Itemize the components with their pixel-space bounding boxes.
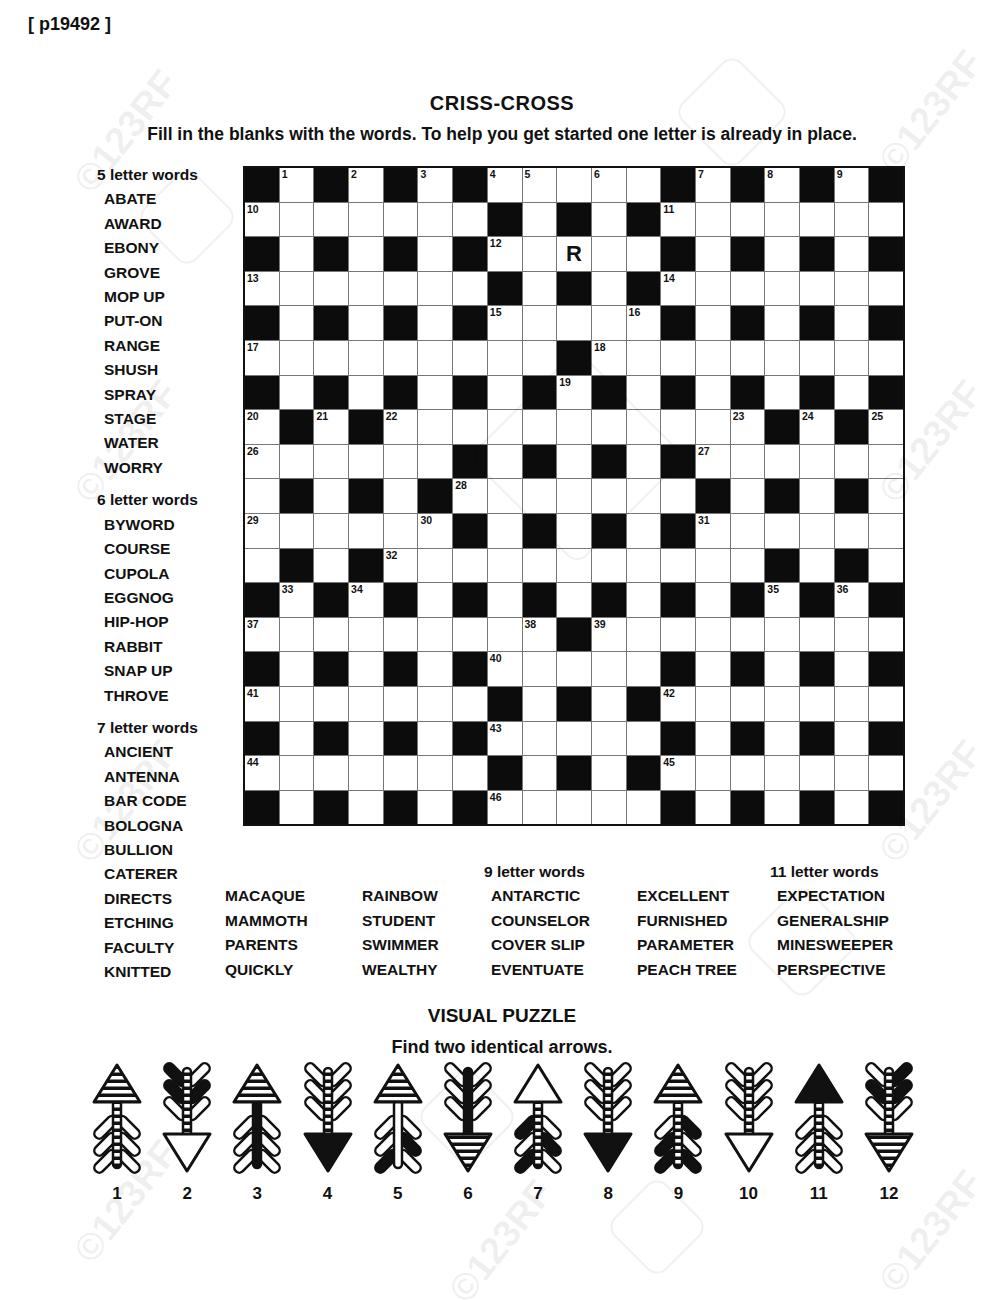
grid-cell[interactable] bbox=[349, 237, 383, 271]
grid-cell[interactable]: 45 bbox=[661, 756, 695, 790]
clue-number: 10 bbox=[247, 203, 259, 215]
grid-cell[interactable] bbox=[523, 756, 557, 790]
grid-cell[interactable] bbox=[696, 272, 730, 306]
grid-cell[interactable] bbox=[765, 341, 799, 375]
grid-cell[interactable] bbox=[869, 549, 903, 583]
grid-cell[interactable] bbox=[314, 618, 348, 652]
grid-cell[interactable]: 1 bbox=[280, 168, 314, 202]
grid-cell[interactable]: 37 bbox=[245, 618, 279, 652]
grid-cell[interactable] bbox=[418, 306, 452, 340]
grid-cell[interactable] bbox=[349, 652, 383, 686]
grid-cell[interactable]: R bbox=[557, 237, 591, 271]
grid-cell[interactable] bbox=[384, 445, 418, 479]
grid-cell[interactable] bbox=[869, 687, 903, 721]
grid-cell[interactable] bbox=[557, 410, 591, 444]
grid-cell[interactable] bbox=[592, 410, 626, 444]
grid-cell[interactable] bbox=[523, 549, 557, 583]
grid-cell[interactable] bbox=[661, 549, 695, 583]
grid-cell[interactable] bbox=[835, 722, 869, 756]
grid-cell[interactable] bbox=[731, 618, 765, 652]
grid-cell[interactable] bbox=[731, 687, 765, 721]
grid-cell[interactable] bbox=[592, 756, 626, 790]
grid-cell[interactable] bbox=[280, 203, 314, 237]
grid-cell[interactable] bbox=[869, 514, 903, 548]
grid-cell[interactable] bbox=[592, 306, 626, 340]
grid-cell[interactable] bbox=[731, 756, 765, 790]
grid-cell[interactable] bbox=[523, 479, 557, 513]
grid-cell[interactable]: 31 bbox=[696, 514, 730, 548]
grid-cell[interactable] bbox=[835, 203, 869, 237]
grid-cell[interactable] bbox=[627, 237, 661, 271]
grid-cell[interactable] bbox=[835, 376, 869, 410]
word-list-item: THROVE bbox=[97, 684, 198, 708]
grid-cell[interactable] bbox=[835, 445, 869, 479]
grid-cell[interactable] bbox=[314, 445, 348, 479]
grid-cell[interactable] bbox=[592, 687, 626, 721]
grid-cell[interactable] bbox=[696, 410, 730, 444]
clue-number: 41 bbox=[247, 687, 259, 699]
black-cell bbox=[384, 722, 418, 756]
grid-cell[interactable]: 27 bbox=[696, 445, 730, 479]
grid-cell[interactable]: 36 bbox=[835, 583, 869, 617]
grid-cell[interactable] bbox=[661, 618, 695, 652]
grid-cell[interactable] bbox=[280, 306, 314, 340]
grid-cell[interactable] bbox=[765, 272, 799, 306]
grid-cell[interactable]: 13 bbox=[245, 272, 279, 306]
grid-cell[interactable] bbox=[418, 203, 452, 237]
grid-cell[interactable] bbox=[453, 341, 487, 375]
grid-cell[interactable] bbox=[349, 514, 383, 548]
arrow-item-8[interactable]: 8 bbox=[579, 1062, 637, 1204]
grid-cell[interactable] bbox=[627, 168, 661, 202]
grid-cell[interactable] bbox=[280, 687, 314, 721]
clue-number: 39 bbox=[594, 618, 606, 630]
grid-cell[interactable] bbox=[835, 272, 869, 306]
grid-cell[interactable] bbox=[731, 445, 765, 479]
grid-cell[interactable] bbox=[349, 376, 383, 410]
grid-cell[interactable]: 29 bbox=[245, 514, 279, 548]
arrow-item-12[interactable]: 12 bbox=[860, 1062, 918, 1204]
grid-cell[interactable]: 16 bbox=[627, 306, 661, 340]
grid-cell[interactable] bbox=[800, 445, 834, 479]
clue-number: 28 bbox=[455, 479, 467, 491]
grid-cell[interactable] bbox=[869, 618, 903, 652]
grid-cell[interactable] bbox=[280, 341, 314, 375]
grid-cell[interactable] bbox=[835, 306, 869, 340]
grid-cell[interactable] bbox=[557, 514, 591, 548]
grid-cell[interactable] bbox=[765, 687, 799, 721]
grid-cell[interactable] bbox=[384, 479, 418, 513]
grid-cell[interactable] bbox=[696, 237, 730, 271]
grid-cell[interactable] bbox=[765, 514, 799, 548]
grid-cell[interactable] bbox=[765, 203, 799, 237]
grid-cell[interactable] bbox=[488, 549, 522, 583]
grid-cell[interactable]: 30 bbox=[418, 514, 452, 548]
grid-cell[interactable] bbox=[488, 583, 522, 617]
arrow-number: 8 bbox=[579, 1184, 637, 1204]
grid-cell[interactable] bbox=[280, 445, 314, 479]
grid-cell[interactable] bbox=[418, 722, 452, 756]
grid-cell[interactable] bbox=[869, 445, 903, 479]
grid-cell[interactable]: 3 bbox=[418, 168, 452, 202]
grid-cell[interactable] bbox=[523, 203, 557, 237]
grid-cell[interactable] bbox=[488, 445, 522, 479]
grid-cell[interactable] bbox=[627, 652, 661, 686]
grid-cell[interactable] bbox=[696, 376, 730, 410]
grid-cell[interactable]: 22 bbox=[384, 410, 418, 444]
grid-cell[interactable] bbox=[627, 722, 661, 756]
arrow-item-9[interactable]: 9 bbox=[649, 1062, 707, 1204]
grid-cell[interactable] bbox=[869, 479, 903, 513]
grid-cell[interactable] bbox=[869, 272, 903, 306]
grid-cell[interactable] bbox=[661, 341, 695, 375]
grid-cell[interactable] bbox=[418, 791, 452, 825]
grid-cell[interactable] bbox=[314, 514, 348, 548]
grid-cell[interactable] bbox=[557, 583, 591, 617]
grid-cell[interactable]: 9 bbox=[835, 168, 869, 202]
grid-cell[interactable] bbox=[280, 791, 314, 825]
grid-cell[interactable] bbox=[349, 687, 383, 721]
arrow-item-4[interactable]: 4 bbox=[299, 1062, 357, 1204]
grid-cell[interactable] bbox=[453, 687, 487, 721]
grid-cell[interactable] bbox=[835, 341, 869, 375]
grid-cell[interactable] bbox=[592, 791, 626, 825]
grid-cell[interactable]: 40 bbox=[488, 652, 522, 686]
grid-cell[interactable] bbox=[765, 618, 799, 652]
grid-cell[interactable] bbox=[835, 756, 869, 790]
grid-cell[interactable] bbox=[800, 549, 834, 583]
grid-cell[interactable] bbox=[557, 652, 591, 686]
grid-cell[interactable]: 26 bbox=[245, 445, 279, 479]
grid-cell[interactable] bbox=[765, 376, 799, 410]
grid-cell[interactable]: 34 bbox=[349, 583, 383, 617]
grid-cell[interactable] bbox=[696, 687, 730, 721]
clue-number: 23 bbox=[733, 410, 745, 422]
grid-cell[interactable]: 41 bbox=[245, 687, 279, 721]
grid-cell[interactable] bbox=[627, 514, 661, 548]
grid-cell[interactable] bbox=[627, 410, 661, 444]
arrow-item-7[interactable]: 7 bbox=[509, 1062, 567, 1204]
grid-cell[interactable]: 33 bbox=[280, 583, 314, 617]
grid-cell[interactable] bbox=[280, 652, 314, 686]
grid-cell[interactable] bbox=[280, 237, 314, 271]
grid-cell[interactable] bbox=[418, 341, 452, 375]
grid-cell[interactable] bbox=[696, 756, 730, 790]
grid-cell[interactable] bbox=[349, 272, 383, 306]
black-cell bbox=[661, 514, 695, 548]
grid-cell[interactable]: 32 bbox=[384, 549, 418, 583]
black-cell bbox=[453, 376, 487, 410]
grid-cell[interactable]: 20 bbox=[245, 410, 279, 444]
grid-cell[interactable] bbox=[349, 341, 383, 375]
grid-cell[interactable] bbox=[765, 756, 799, 790]
grid-cell[interactable] bbox=[731, 549, 765, 583]
grid-cell[interactable] bbox=[384, 687, 418, 721]
grid-cell[interactable] bbox=[245, 479, 279, 513]
grid-cell[interactable] bbox=[314, 549, 348, 583]
grid-cell[interactable] bbox=[731, 203, 765, 237]
grid-cell[interactable] bbox=[280, 618, 314, 652]
grid-cell[interactable] bbox=[696, 791, 730, 825]
grid-cell[interactable] bbox=[280, 376, 314, 410]
grid-cell[interactable] bbox=[696, 583, 730, 617]
clue-number: 45 bbox=[663, 756, 675, 768]
clue-number: 36 bbox=[837, 583, 849, 595]
grid-cell[interactable] bbox=[765, 652, 799, 686]
grid-cell[interactable] bbox=[696, 618, 730, 652]
grid-cell[interactable] bbox=[418, 687, 452, 721]
grid-cell[interactable] bbox=[696, 549, 730, 583]
grid-cell[interactable]: 10 bbox=[245, 203, 279, 237]
arrow-item-1[interactable]: 1 bbox=[88, 1062, 146, 1204]
grid-cell[interactable]: 23 bbox=[731, 410, 765, 444]
grid-cell[interactable] bbox=[488, 479, 522, 513]
grid-cell[interactable] bbox=[280, 272, 314, 306]
grid-cell[interactable] bbox=[731, 272, 765, 306]
grid-cell[interactable]: 17 bbox=[245, 341, 279, 375]
grid-cell[interactable] bbox=[453, 756, 487, 790]
grid-cell[interactable] bbox=[661, 479, 695, 513]
grid-cell[interactable] bbox=[557, 479, 591, 513]
grid-cell[interactable] bbox=[280, 722, 314, 756]
grid-cell[interactable] bbox=[627, 376, 661, 410]
grid-cell[interactable] bbox=[696, 722, 730, 756]
grid-cell[interactable]: 28 bbox=[453, 479, 487, 513]
black-cell bbox=[245, 791, 279, 825]
grid-cell[interactable] bbox=[592, 272, 626, 306]
grid-cell[interactable] bbox=[384, 341, 418, 375]
grid-cell[interactable] bbox=[349, 722, 383, 756]
grid-cell[interactable]: 4 bbox=[488, 168, 522, 202]
grid-cell[interactable]: 18 bbox=[592, 341, 626, 375]
grid-cell[interactable]: 15 bbox=[488, 306, 522, 340]
grid-cell[interactable] bbox=[384, 618, 418, 652]
grid-cell[interactable] bbox=[418, 549, 452, 583]
grid-cell[interactable] bbox=[384, 203, 418, 237]
grid-cell[interactable]: 42 bbox=[661, 687, 695, 721]
grid-cell[interactable] bbox=[627, 479, 661, 513]
grid-cell[interactable] bbox=[627, 791, 661, 825]
grid-cell[interactable] bbox=[523, 791, 557, 825]
black-cell bbox=[314, 376, 348, 410]
grid-cell[interactable] bbox=[418, 756, 452, 790]
grid-cell[interactable] bbox=[765, 445, 799, 479]
grid-cell[interactable] bbox=[835, 791, 869, 825]
grid-cell[interactable] bbox=[800, 341, 834, 375]
grid-cell[interactable] bbox=[314, 756, 348, 790]
grid-cell[interactable] bbox=[696, 203, 730, 237]
grid-cell[interactable]: 12 bbox=[488, 237, 522, 271]
arrow-item-6[interactable]: 6 bbox=[439, 1062, 497, 1204]
grid-cell[interactable] bbox=[523, 410, 557, 444]
grid-cell[interactable] bbox=[696, 341, 730, 375]
grid-cell[interactable] bbox=[557, 791, 591, 825]
grid-cell[interactable]: 35 bbox=[765, 583, 799, 617]
grid-cell[interactable] bbox=[453, 272, 487, 306]
word-list-item: RANGE bbox=[97, 334, 198, 358]
grid-cell[interactable] bbox=[627, 618, 661, 652]
grid-cell[interactable]: 11 bbox=[661, 203, 695, 237]
grid-cell[interactable]: 8 bbox=[765, 168, 799, 202]
grid-cell[interactable] bbox=[523, 237, 557, 271]
grid-cell[interactable]: 24 bbox=[800, 410, 834, 444]
grid-cell[interactable] bbox=[418, 237, 452, 271]
grid-cell[interactable] bbox=[453, 203, 487, 237]
grid-cell[interactable] bbox=[627, 445, 661, 479]
grid-cell[interactable] bbox=[314, 341, 348, 375]
grid-cell[interactable] bbox=[765, 237, 799, 271]
grid-cell[interactable] bbox=[731, 479, 765, 513]
grid-cell[interactable]: 2 bbox=[349, 168, 383, 202]
grid-cell[interactable] bbox=[384, 514, 418, 548]
grid-cell[interactable] bbox=[869, 341, 903, 375]
grid-cell[interactable] bbox=[245, 549, 279, 583]
arrow-item-5[interactable]: 5 bbox=[369, 1062, 427, 1204]
black-cell bbox=[384, 652, 418, 686]
grid-cell[interactable] bbox=[731, 514, 765, 548]
grid-cell[interactable] bbox=[835, 618, 869, 652]
black-cell bbox=[592, 583, 626, 617]
grid-cell[interactable] bbox=[384, 272, 418, 306]
arrow-item-2[interactable]: 2 bbox=[158, 1062, 216, 1204]
grid-cell[interactable]: 21 bbox=[314, 410, 348, 444]
grid-cell[interactable] bbox=[627, 341, 661, 375]
clue-number: 24 bbox=[802, 410, 814, 422]
grid-cell[interactable] bbox=[418, 376, 452, 410]
grid-cell[interactable] bbox=[488, 341, 522, 375]
grid-cell[interactable] bbox=[731, 341, 765, 375]
grid-cell[interactable]: 46 bbox=[488, 791, 522, 825]
grid-cell[interactable] bbox=[765, 722, 799, 756]
grid-cell[interactable] bbox=[488, 410, 522, 444]
grid-cell[interactable] bbox=[314, 272, 348, 306]
black-cell bbox=[488, 687, 522, 721]
arrow-item-11[interactable]: 11 bbox=[790, 1062, 848, 1204]
grid-cell[interactable] bbox=[592, 722, 626, 756]
grid-cell[interactable] bbox=[661, 410, 695, 444]
black-cell bbox=[245, 237, 279, 271]
grid-cell[interactable] bbox=[488, 514, 522, 548]
grid-cell[interactable]: 25 bbox=[869, 410, 903, 444]
grid-cell[interactable] bbox=[523, 306, 557, 340]
grid-cell[interactable] bbox=[418, 583, 452, 617]
grid-cell[interactable]: 14 bbox=[661, 272, 695, 306]
black-cell bbox=[869, 306, 903, 340]
grid-cell[interactable] bbox=[349, 618, 383, 652]
black-cell bbox=[869, 376, 903, 410]
grid-cell[interactable] bbox=[627, 549, 661, 583]
word-list-heading: 5 letter words bbox=[97, 163, 198, 187]
grid-cell[interactable] bbox=[765, 306, 799, 340]
black-cell bbox=[661, 237, 695, 271]
grid-cell[interactable] bbox=[349, 306, 383, 340]
grid-cell[interactable] bbox=[314, 203, 348, 237]
grid-cell[interactable] bbox=[523, 722, 557, 756]
grid-cell[interactable] bbox=[523, 272, 557, 306]
grid-cell[interactable]: 6 bbox=[592, 168, 626, 202]
grid-cell[interactable] bbox=[523, 652, 557, 686]
grid-cell[interactable] bbox=[557, 168, 591, 202]
grid-cell[interactable] bbox=[835, 514, 869, 548]
grid-cell[interactable] bbox=[280, 756, 314, 790]
grid-cell[interactable] bbox=[835, 687, 869, 721]
grid-cell[interactable] bbox=[869, 203, 903, 237]
black-cell bbox=[453, 237, 487, 271]
grid-cell[interactable] bbox=[418, 410, 452, 444]
grid-cell[interactable] bbox=[523, 341, 557, 375]
grid-cell[interactable] bbox=[800, 756, 834, 790]
grid-cell[interactable] bbox=[349, 203, 383, 237]
arrow-icon bbox=[369, 1062, 427, 1174]
grid-cell[interactable]: 38 bbox=[523, 618, 557, 652]
black-cell bbox=[661, 722, 695, 756]
arrow-item-3[interactable]: 3 bbox=[228, 1062, 286, 1204]
grid-cell[interactable]: 19 bbox=[557, 376, 591, 410]
grid-cell[interactable] bbox=[418, 272, 452, 306]
grid-cell[interactable] bbox=[592, 237, 626, 271]
grid-cell[interactable] bbox=[384, 756, 418, 790]
grid-cell[interactable] bbox=[869, 756, 903, 790]
grid-cell[interactable] bbox=[592, 549, 626, 583]
grid-cell[interactable] bbox=[557, 722, 591, 756]
grid-cell[interactable] bbox=[349, 791, 383, 825]
grid-cell[interactable] bbox=[835, 237, 869, 271]
grid-cell[interactable]: 5 bbox=[523, 168, 557, 202]
grid-cell[interactable] bbox=[800, 514, 834, 548]
grid-cell[interactable] bbox=[557, 549, 591, 583]
grid-cell[interactable] bbox=[592, 652, 626, 686]
grid-cell[interactable]: 39 bbox=[592, 618, 626, 652]
grid-cell[interactable] bbox=[696, 306, 730, 340]
grid-cell[interactable] bbox=[453, 410, 487, 444]
grid-cell[interactable] bbox=[453, 549, 487, 583]
grid-cell[interactable] bbox=[557, 306, 591, 340]
grid-cell[interactable] bbox=[627, 583, 661, 617]
grid-cell[interactable] bbox=[418, 652, 452, 686]
grid-cell[interactable] bbox=[418, 618, 452, 652]
grid-cell[interactable] bbox=[800, 479, 834, 513]
puzzle-instructions: Fill in the blanks with the words. To he… bbox=[0, 124, 1004, 145]
grid-cell[interactable] bbox=[523, 687, 557, 721]
grid-cell[interactable] bbox=[418, 445, 452, 479]
grid-cell[interactable] bbox=[765, 791, 799, 825]
grid-cell[interactable] bbox=[488, 376, 522, 410]
arrow-icon bbox=[509, 1062, 567, 1174]
grid-cell[interactable] bbox=[800, 272, 834, 306]
black-cell bbox=[488, 756, 522, 790]
grid-cell[interactable] bbox=[314, 479, 348, 513]
grid-cell[interactable] bbox=[349, 445, 383, 479]
clue-number: 30 bbox=[420, 514, 432, 526]
grid-cell[interactable] bbox=[349, 756, 383, 790]
grid-cell[interactable]: 44 bbox=[245, 756, 279, 790]
grid-cell[interactable] bbox=[280, 514, 314, 548]
grid-cell[interactable] bbox=[696, 652, 730, 686]
grid-cell[interactable]: 43 bbox=[488, 722, 522, 756]
grid-cell[interactable] bbox=[800, 618, 834, 652]
arrow-item-10[interactable]: 10 bbox=[720, 1062, 778, 1204]
grid-cell[interactable]: 7 bbox=[696, 168, 730, 202]
grid-cell[interactable] bbox=[592, 203, 626, 237]
grid-cell[interactable] bbox=[488, 618, 522, 652]
grid-cell[interactable] bbox=[557, 445, 591, 479]
grid-cell[interactable] bbox=[800, 203, 834, 237]
grid-cell[interactable] bbox=[314, 687, 348, 721]
grid-cell[interactable] bbox=[592, 479, 626, 513]
grid-cell[interactable] bbox=[835, 652, 869, 686]
grid-cell[interactable] bbox=[453, 618, 487, 652]
grid-cell[interactable] bbox=[800, 687, 834, 721]
